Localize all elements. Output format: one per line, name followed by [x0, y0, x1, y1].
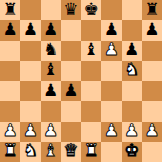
square-h5[interactable] — [142, 61, 162, 81]
chessboard-container: ♜♛♚♜♟♟♟♟♟♞♝♟♟♝♞♟♟♟♟♟♟♟♟♜♞♝♛♜♚ — [0, 0, 162, 162]
square-a3[interactable] — [0, 101, 20, 121]
square-c4[interactable]: ♟ — [41, 81, 61, 101]
piece-white-bishop: ♝ — [43, 142, 58, 159]
square-g8[interactable] — [122, 0, 142, 20]
square-e8[interactable]: ♚ — [81, 0, 101, 20]
piece-black-queen: ♛ — [63, 1, 78, 18]
square-f8[interactable] — [101, 0, 121, 20]
square-c1[interactable]: ♝ — [41, 142, 61, 162]
square-g3[interactable] — [122, 101, 142, 121]
piece-black-rook: ♜ — [144, 1, 159, 18]
piece-black-pawn: ♟ — [144, 21, 159, 38]
square-b2[interactable]: ♟ — [20, 122, 40, 142]
square-b3[interactable] — [20, 101, 40, 121]
piece-black-pawn: ♟ — [63, 82, 78, 99]
square-f3[interactable] — [101, 101, 121, 121]
piece-black-knight: ♞ — [43, 41, 58, 58]
square-c2[interactable]: ♟ — [41, 122, 61, 142]
square-e3[interactable] — [81, 101, 101, 121]
square-h3[interactable] — [142, 101, 162, 121]
square-h1[interactable] — [142, 142, 162, 162]
piece-black-pawn: ♟ — [43, 21, 58, 38]
square-d1[interactable]: ♛ — [61, 142, 81, 162]
piece-white-pawn: ♟ — [3, 122, 18, 139]
piece-black-bishop: ♝ — [84, 41, 99, 58]
square-h8[interactable]: ♜ — [142, 0, 162, 20]
piece-white-pawn: ♟ — [104, 122, 119, 139]
square-b6[interactable] — [20, 41, 40, 61]
square-e1[interactable]: ♜ — [81, 142, 101, 162]
square-a4[interactable] — [0, 81, 20, 101]
square-h2[interactable]: ♟ — [142, 122, 162, 142]
piece-white-knight: ♞ — [124, 61, 139, 78]
square-a6[interactable] — [0, 41, 20, 61]
piece-white-pawn: ♟ — [144, 122, 159, 139]
square-d8[interactable]: ♛ — [61, 0, 81, 20]
piece-white-knight: ♞ — [23, 142, 38, 159]
piece-black-pawn: ♟ — [124, 41, 139, 58]
square-e7[interactable] — [81, 20, 101, 40]
square-c8[interactable] — [41, 0, 61, 20]
square-g6[interactable]: ♟ — [122, 41, 142, 61]
piece-white-rook: ♜ — [3, 142, 18, 159]
square-g2[interactable]: ♟ — [122, 122, 142, 142]
piece-white-king: ♚ — [124, 142, 139, 159]
square-d4[interactable]: ♟ — [61, 81, 81, 101]
piece-black-king: ♚ — [84, 1, 99, 18]
square-g7[interactable] — [122, 20, 142, 40]
square-b4[interactable] — [20, 81, 40, 101]
square-f1[interactable] — [101, 142, 121, 162]
square-a1[interactable]: ♜ — [0, 142, 20, 162]
square-d5[interactable] — [61, 61, 81, 81]
square-a5[interactable] — [0, 61, 20, 81]
square-d2[interactable] — [61, 122, 81, 142]
square-c7[interactable]: ♟ — [41, 20, 61, 40]
square-h7[interactable]: ♟ — [142, 20, 162, 40]
piece-black-rook: ♜ — [3, 1, 18, 18]
chessboard: ♜♛♚♜♟♟♟♟♟♞♝♟♟♝♞♟♟♟♟♟♟♟♟♜♞♝♛♜♚ — [0, 0, 162, 162]
square-d6[interactable] — [61, 41, 81, 61]
square-c3[interactable] — [41, 101, 61, 121]
piece-white-pawn: ♟ — [124, 122, 139, 139]
square-c5[interactable]: ♝ — [41, 61, 61, 81]
square-b8[interactable] — [20, 0, 40, 20]
square-c6[interactable]: ♞ — [41, 41, 61, 61]
square-a2[interactable]: ♟ — [0, 122, 20, 142]
square-h6[interactable] — [142, 41, 162, 61]
piece-black-bishop: ♝ — [43, 61, 58, 78]
square-e5[interactable] — [81, 61, 101, 81]
square-f4[interactable] — [101, 81, 121, 101]
piece-black-pawn: ♟ — [23, 21, 38, 38]
square-e4[interactable] — [81, 81, 101, 101]
square-a7[interactable]: ♟ — [0, 20, 20, 40]
piece-white-rook: ♜ — [84, 142, 99, 159]
piece-white-pawn: ♟ — [104, 41, 119, 58]
square-g5[interactable]: ♞ — [122, 61, 142, 81]
square-b1[interactable]: ♞ — [20, 142, 40, 162]
piece-black-pawn: ♟ — [43, 82, 58, 99]
square-g1[interactable]: ♚ — [122, 142, 142, 162]
piece-white-pawn: ♟ — [23, 122, 38, 139]
piece-black-pawn: ♟ — [104, 21, 119, 38]
piece-white-queen: ♛ — [63, 142, 78, 159]
piece-white-pawn: ♟ — [43, 122, 58, 139]
square-a8[interactable]: ♜ — [0, 0, 20, 20]
square-b7[interactable]: ♟ — [20, 20, 40, 40]
piece-black-pawn: ♟ — [3, 21, 18, 38]
square-d7[interactable] — [61, 20, 81, 40]
square-e6[interactable]: ♝ — [81, 41, 101, 61]
square-f2[interactable]: ♟ — [101, 122, 121, 142]
square-f5[interactable] — [101, 61, 121, 81]
square-e2[interactable] — [81, 122, 101, 142]
square-g4[interactable] — [122, 81, 142, 101]
square-f6[interactable]: ♟ — [101, 41, 121, 61]
square-b5[interactable] — [20, 61, 40, 81]
square-f7[interactable]: ♟ — [101, 20, 121, 40]
square-d3[interactable] — [61, 101, 81, 121]
square-h4[interactable] — [142, 81, 162, 101]
